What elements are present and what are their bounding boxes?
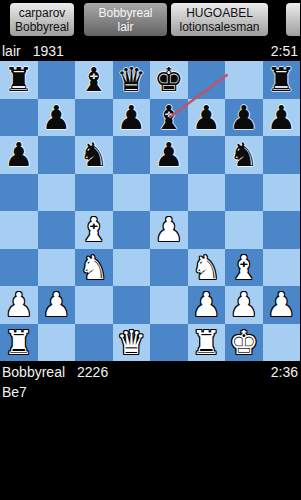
square-d5[interactable]	[113, 174, 151, 212]
white-queen: ♛	[113, 324, 151, 362]
black-rook: ♜	[263, 61, 301, 99]
square-a2[interactable]: ♟	[0, 286, 38, 324]
square-a3[interactable]	[0, 249, 38, 287]
square-g5[interactable]	[225, 174, 263, 212]
opponent-clock: 2:51	[271, 42, 298, 61]
tab-label-line2: lair	[84, 20, 167, 34]
square-f3[interactable]: ♞	[188, 249, 226, 287]
white-pawn: ♟	[150, 211, 188, 249]
player-rating: 2226	[77, 363, 108, 382]
square-e7[interactable]: ♝	[150, 99, 188, 137]
black-pawn: ♟	[225, 99, 263, 137]
white-pawn: ♟	[225, 286, 263, 324]
black-pawn: ♟	[38, 99, 76, 137]
square-f8[interactable]	[188, 61, 226, 99]
square-h7[interactable]: ♟	[263, 99, 301, 137]
black-knight: ♞	[225, 136, 263, 174]
square-d7[interactable]: ♟	[113, 99, 151, 137]
tab-game-hugoabel-lotionsalesman[interactable]: HUGOABEL lotionsalesman	[171, 3, 268, 36]
square-g3[interactable]: ♝	[225, 249, 263, 287]
square-e5[interactable]	[150, 174, 188, 212]
square-g6[interactable]: ♞	[225, 136, 263, 174]
move-text: Be7	[0, 383, 300, 402]
square-b4[interactable]	[38, 211, 76, 249]
tab-label-line1: Bobbyreal	[84, 6, 167, 20]
black-pawn: ♟	[263, 99, 301, 137]
square-h3[interactable]	[263, 249, 301, 287]
square-a4[interactable]	[0, 211, 38, 249]
square-c4[interactable]: ♝	[75, 211, 113, 249]
white-pawn: ♟	[188, 286, 226, 324]
square-b6[interactable]	[38, 136, 76, 174]
player-name: Bobbyreal	[2, 363, 65, 382]
tab-game-bobbyreal-lair[interactable]: Bobbyreal lair	[84, 3, 167, 36]
square-a1[interactable]: ♜	[0, 324, 38, 362]
white-knight: ♞	[75, 249, 113, 287]
square-e6[interactable]: ♟	[150, 136, 188, 174]
square-e1[interactable]	[150, 324, 188, 362]
square-c5[interactable]	[75, 174, 113, 212]
square-f5[interactable]	[188, 174, 226, 212]
white-rook: ♜	[0, 324, 38, 362]
square-a7[interactable]	[0, 99, 38, 137]
white-bishop: ♝	[225, 249, 263, 287]
tab-label-line1: HUGOABEL	[171, 6, 268, 20]
square-d4[interactable]	[113, 211, 151, 249]
square-d8[interactable]: ♛	[113, 61, 151, 99]
square-f4[interactable]	[188, 211, 226, 249]
square-g1[interactable]: ♚	[225, 324, 263, 362]
square-g2[interactable]: ♟	[225, 286, 263, 324]
square-c1[interactable]	[75, 324, 113, 362]
black-pawn: ♟	[0, 136, 38, 174]
player-info-bar: Bobbyreal 2226 2:36	[0, 363, 300, 382]
square-h1[interactable]	[263, 324, 301, 362]
square-a6[interactable]: ♟	[0, 136, 38, 174]
black-queen: ♛	[113, 61, 151, 99]
white-knight: ♞	[188, 249, 226, 287]
square-e3[interactable]	[150, 249, 188, 287]
black-bishop: ♝	[75, 61, 113, 99]
black-knight: ♞	[75, 136, 113, 174]
tab-label-line2: Bobbyreal	[10, 20, 74, 34]
white-pawn: ♟	[263, 286, 301, 324]
square-a8[interactable]: ♜	[0, 61, 38, 99]
square-d2[interactable]	[113, 286, 151, 324]
square-c6[interactable]: ♞	[75, 136, 113, 174]
tab-game-clipped[interactable]: A	[286, 3, 300, 36]
chess-board[interactable]: ♜♝♛♚♜♟♟♝♟♟♟♟♞♟♞♝♟♞♞♝♟♟♟♟♟♜♛♜♚	[0, 61, 300, 361]
square-c2[interactable]	[75, 286, 113, 324]
square-b5[interactable]	[38, 174, 76, 212]
square-g7[interactable]: ♟	[225, 99, 263, 137]
square-d6[interactable]	[113, 136, 151, 174]
square-e4[interactable]: ♟	[150, 211, 188, 249]
player-clock: 2:36	[271, 363, 298, 382]
black-bishop: ♝	[150, 99, 188, 137]
white-pawn: ♟	[38, 286, 76, 324]
opponent-name: lair	[2, 42, 21, 61]
square-h6[interactable]	[263, 136, 301, 174]
game-tabs-bar: carparov Bobbyreal Bobbyreal lair HUGOAB…	[0, 3, 300, 36]
square-f1[interactable]: ♜	[188, 324, 226, 362]
square-g4[interactable]	[225, 211, 263, 249]
black-king: ♚	[150, 61, 188, 99]
square-c8[interactable]: ♝	[75, 61, 113, 99]
square-c3[interactable]: ♞	[75, 249, 113, 287]
square-b1[interactable]	[38, 324, 76, 362]
black-pawn: ♟	[150, 136, 188, 174]
white-pawn: ♟	[0, 286, 38, 324]
tab-label-line1: A	[286, 13, 300, 27]
square-h5[interactable]	[263, 174, 301, 212]
chess-app-screen: carparov Bobbyreal Bobbyreal lair HUGOAB…	[0, 0, 300, 500]
square-c7[interactable]	[75, 99, 113, 137]
square-b2[interactable]: ♟	[38, 286, 76, 324]
square-h4[interactable]	[263, 211, 301, 249]
white-king: ♚	[225, 324, 263, 362]
square-e8[interactable]: ♚	[150, 61, 188, 99]
square-g8[interactable]	[225, 61, 263, 99]
square-d3[interactable]	[113, 249, 151, 287]
opponent-info-bar: lair 1931 2:51	[0, 42, 300, 61]
square-e2[interactable]	[150, 286, 188, 324]
tab-label-line1: carparov	[10, 6, 74, 20]
tab-label-line2: lotionsalesman	[171, 20, 268, 34]
square-f6[interactable]	[188, 136, 226, 174]
square-h2[interactable]: ♟	[263, 286, 301, 324]
square-b7[interactable]: ♟	[38, 99, 76, 137]
square-f7[interactable]: ♟	[188, 99, 226, 137]
black-pawn: ♟	[188, 99, 226, 137]
square-a5[interactable]	[0, 174, 38, 212]
square-b3[interactable]	[38, 249, 76, 287]
square-b8[interactable]	[38, 61, 76, 99]
square-d1[interactable]: ♛	[113, 324, 151, 362]
white-rook: ♜	[188, 324, 226, 362]
black-pawn: ♟	[113, 99, 151, 137]
square-h8[interactable]: ♜	[263, 61, 301, 99]
black-rook: ♜	[0, 61, 38, 99]
opponent-rating: 1931	[33, 42, 64, 61]
square-f2[interactable]: ♟	[188, 286, 226, 324]
white-bishop: ♝	[75, 211, 113, 249]
tab-game-carparov-bobbyreal[interactable]: carparov Bobbyreal	[10, 3, 74, 36]
